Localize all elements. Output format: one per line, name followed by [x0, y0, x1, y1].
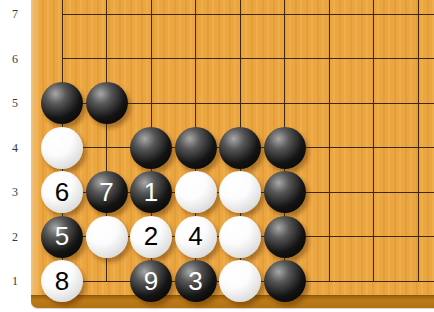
stone-black-F3[interactable] — [264, 171, 306, 213]
stone-black-A2[interactable]: 5 — [41, 216, 83, 258]
stone-white-C2[interactable]: 2 — [130, 216, 172, 258]
stone-black-C3[interactable]: 1 — [130, 171, 172, 213]
move-number: 1 — [144, 177, 158, 208]
stone-white-A3[interactable]: 6 — [41, 171, 83, 213]
go-board[interactable]: 671524893 — [31, 0, 434, 309]
stone-black-F2[interactable] — [264, 216, 306, 258]
grid-line-horizontal — [62, 14, 434, 15]
stone-white-D3[interactable] — [175, 171, 217, 213]
row-label-3: 3 — [0, 184, 30, 200]
stone-black-D1[interactable]: 3 — [175, 260, 217, 302]
grid-line-vertical — [418, 0, 419, 282]
stone-black-B5[interactable] — [86, 82, 128, 124]
move-number: 8 — [55, 266, 69, 297]
stone-white-A4[interactable] — [41, 127, 83, 169]
row-label-5: 5 — [0, 95, 30, 111]
row-label-1: 1 — [0, 273, 30, 289]
move-number: 6 — [55, 177, 69, 208]
stone-black-A5[interactable] — [41, 82, 83, 124]
stone-black-E4[interactable] — [219, 127, 261, 169]
stone-white-E1[interactable] — [219, 260, 261, 302]
stone-black-C4[interactable] — [130, 127, 172, 169]
stone-white-D2[interactable]: 4 — [175, 216, 217, 258]
grid-line-horizontal — [62, 58, 434, 59]
move-number: 5 — [55, 221, 69, 252]
row-label-6: 6 — [0, 51, 30, 67]
row-label-2: 2 — [0, 229, 30, 245]
stone-black-D4[interactable] — [175, 127, 217, 169]
stone-white-E2[interactable] — [219, 216, 261, 258]
stone-black-B3[interactable]: 7 — [86, 171, 128, 213]
go-diagram: 671524893 7654321 — [0, 0, 434, 312]
move-number: 3 — [188, 266, 202, 297]
grid-line-vertical — [329, 0, 330, 282]
stone-white-A1[interactable]: 8 — [41, 260, 83, 302]
move-number: 7 — [99, 177, 113, 208]
grid-line-vertical — [373, 0, 374, 282]
stone-white-B2[interactable] — [86, 216, 128, 258]
move-number: 9 — [144, 266, 158, 297]
stone-black-C1[interactable]: 9 — [130, 260, 172, 302]
row-label-7: 7 — [0, 6, 30, 22]
move-number: 4 — [188, 221, 202, 252]
row-label-4: 4 — [0, 140, 30, 156]
stone-black-F1[interactable] — [264, 260, 306, 302]
stone-black-F4[interactable] — [264, 127, 306, 169]
stone-white-E3[interactable] — [219, 171, 261, 213]
move-number: 2 — [144, 221, 158, 252]
coordinate-gutter: 7654321 — [0, 0, 31, 312]
